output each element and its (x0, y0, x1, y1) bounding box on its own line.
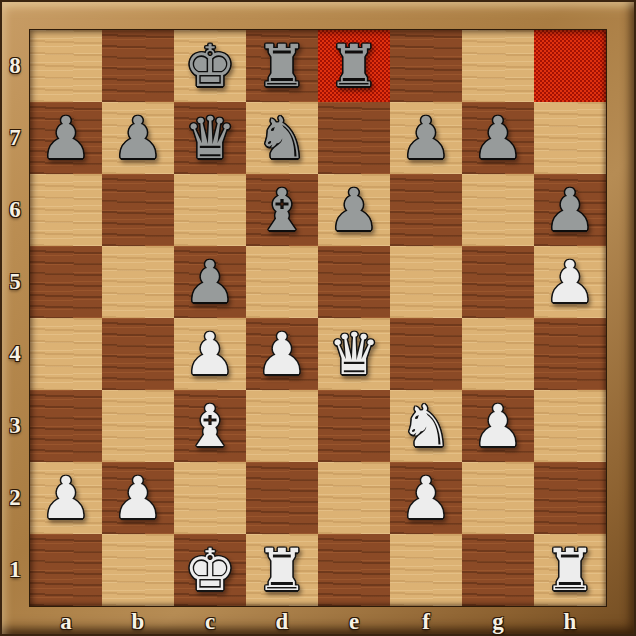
square-d8[interactable]: ♜ (246, 30, 318, 102)
square-f2[interactable]: ♟ (390, 462, 462, 534)
square-h2[interactable] (534, 462, 606, 534)
square-h6[interactable]: ♟ (534, 174, 606, 246)
white-pawn-a2[interactable]: ♟ (40, 462, 92, 534)
black-pawn-f7[interactable]: ♟ (400, 102, 452, 174)
white-rook-h1[interactable]: ♜ (544, 534, 596, 606)
square-b5[interactable] (102, 246, 174, 318)
black-pawn-g7[interactable]: ♟ (472, 102, 524, 174)
file-label-b: b (102, 606, 174, 636)
rank-label-5: 5 (0, 246, 30, 318)
square-d1[interactable]: ♜ (246, 534, 318, 606)
square-h4[interactable] (534, 318, 606, 390)
square-c8[interactable]: ♚ (174, 30, 246, 102)
square-b3[interactable] (102, 390, 174, 462)
square-f8[interactable] (390, 30, 462, 102)
square-g6[interactable] (462, 174, 534, 246)
white-queen-e4[interactable]: ♛ (328, 318, 380, 390)
black-bishop-d6[interactable]: ♝ (256, 174, 308, 246)
square-b4[interactable] (102, 318, 174, 390)
square-a8[interactable] (30, 30, 102, 102)
chess-board-window: ♚♜♜♟♟♛♞♟♟♝♟♟♟♟♟♟♛♝♞♟♟♟♟♚♜♜ 87654321 abcd… (0, 0, 636, 636)
square-d2[interactable] (246, 462, 318, 534)
square-d5[interactable] (246, 246, 318, 318)
square-c4[interactable]: ♟ (174, 318, 246, 390)
square-f6[interactable] (390, 174, 462, 246)
file-label-h: h (534, 606, 606, 636)
square-b1[interactable] (102, 534, 174, 606)
square-f1[interactable] (390, 534, 462, 606)
black-king-c8[interactable]: ♚ (184, 30, 236, 102)
square-e4[interactable]: ♛ (318, 318, 390, 390)
white-pawn-b2[interactable]: ♟ (112, 462, 164, 534)
square-c6[interactable] (174, 174, 246, 246)
square-d6[interactable]: ♝ (246, 174, 318, 246)
file-labels: abcdefgh (30, 606, 606, 636)
rank-label-3: 3 (0, 390, 30, 462)
square-f7[interactable]: ♟ (390, 102, 462, 174)
square-e8[interactable]: ♜ (318, 30, 390, 102)
square-b8[interactable] (102, 30, 174, 102)
square-e7[interactable] (318, 102, 390, 174)
white-pawn-g3[interactable]: ♟ (472, 390, 524, 462)
square-g4[interactable] (462, 318, 534, 390)
square-c7[interactable]: ♛ (174, 102, 246, 174)
square-h3[interactable] (534, 390, 606, 462)
square-e3[interactable] (318, 390, 390, 462)
white-pawn-h5[interactable]: ♟ (544, 246, 596, 318)
black-queen-c7[interactable]: ♛ (184, 102, 236, 174)
square-f5[interactable] (390, 246, 462, 318)
black-rook-e8[interactable]: ♜ (328, 30, 380, 102)
square-a1[interactable] (30, 534, 102, 606)
black-pawn-c5[interactable]: ♟ (184, 246, 236, 318)
square-g2[interactable] (462, 462, 534, 534)
board: ♚♜♜♟♟♛♞♟♟♝♟♟♟♟♟♟♛♝♞♟♟♟♟♚♜♜ (30, 30, 606, 606)
file-label-d: d (246, 606, 318, 636)
square-c2[interactable] (174, 462, 246, 534)
file-label-f: f (390, 606, 462, 636)
white-pawn-d4[interactable]: ♟ (256, 318, 308, 390)
square-a5[interactable] (30, 246, 102, 318)
square-b6[interactable] (102, 174, 174, 246)
white-rook-d1[interactable]: ♜ (256, 534, 308, 606)
white-bishop-c3[interactable]: ♝ (184, 390, 236, 462)
square-g7[interactable]: ♟ (462, 102, 534, 174)
square-e6[interactable]: ♟ (318, 174, 390, 246)
rank-label-2: 2 (0, 462, 30, 534)
white-king-c1[interactable]: ♚ (184, 534, 236, 606)
file-label-c: c (174, 606, 246, 636)
square-a2[interactable]: ♟ (30, 462, 102, 534)
file-label-g: g (462, 606, 534, 636)
rank-label-6: 6 (0, 174, 30, 246)
square-f4[interactable] (390, 318, 462, 390)
square-c3[interactable]: ♝ (174, 390, 246, 462)
black-pawn-e6[interactable]: ♟ (328, 174, 380, 246)
square-h7[interactable] (534, 102, 606, 174)
square-h5[interactable]: ♟ (534, 246, 606, 318)
square-h8[interactable] (534, 30, 606, 102)
square-e2[interactable] (318, 462, 390, 534)
square-d4[interactable]: ♟ (246, 318, 318, 390)
square-g1[interactable] (462, 534, 534, 606)
square-e5[interactable] (318, 246, 390, 318)
rank-label-4: 4 (0, 318, 30, 390)
square-b7[interactable]: ♟ (102, 102, 174, 174)
square-g5[interactable] (462, 246, 534, 318)
square-h1[interactable]: ♜ (534, 534, 606, 606)
square-g3[interactable]: ♟ (462, 390, 534, 462)
square-c1[interactable]: ♚ (174, 534, 246, 606)
square-c5[interactable]: ♟ (174, 246, 246, 318)
black-pawn-h6[interactable]: ♟ (544, 174, 596, 246)
white-knight-f3[interactable]: ♞ (400, 390, 452, 462)
file-label-a: a (30, 606, 102, 636)
rank-label-8: 8 (0, 30, 30, 102)
rank-label-7: 7 (0, 102, 30, 174)
rank-label-1: 1 (0, 534, 30, 606)
file-label-e: e (318, 606, 390, 636)
black-rook-d8[interactable]: ♜ (256, 30, 308, 102)
square-b2[interactable]: ♟ (102, 462, 174, 534)
square-a4[interactable] (30, 318, 102, 390)
square-d3[interactable] (246, 390, 318, 462)
square-a3[interactable] (30, 390, 102, 462)
square-a7[interactable]: ♟ (30, 102, 102, 174)
rank-labels: 87654321 (0, 30, 30, 606)
black-pawn-b7[interactable]: ♟ (112, 102, 164, 174)
black-knight-d7[interactable]: ♞ (256, 102, 308, 174)
white-pawn-c4[interactable]: ♟ (184, 318, 236, 390)
black-pawn-a7[interactable]: ♟ (40, 102, 92, 174)
square-g8[interactable] (462, 30, 534, 102)
square-a6[interactable] (30, 174, 102, 246)
white-pawn-f2[interactable]: ♟ (400, 462, 452, 534)
square-e1[interactable] (318, 534, 390, 606)
square-f3[interactable]: ♞ (390, 390, 462, 462)
square-d7[interactable]: ♞ (246, 102, 318, 174)
